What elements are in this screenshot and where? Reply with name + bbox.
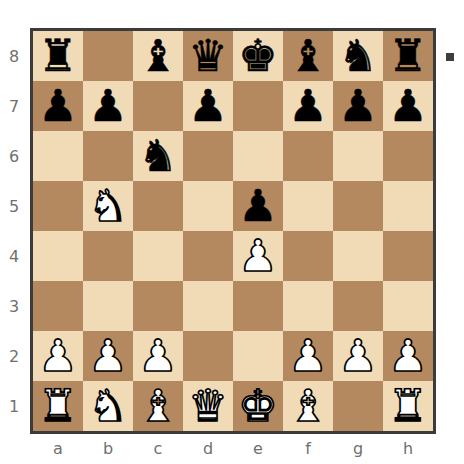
square-h4[interactable] <box>383 231 433 281</box>
white-knight-b5[interactable]: ♞ <box>88 181 127 231</box>
black-queen-d8[interactable]: ♛ <box>188 31 227 81</box>
square-g4[interactable] <box>333 231 383 281</box>
square-f5[interactable] <box>283 181 333 231</box>
square-a7[interactable]: ♟ <box>33 81 83 131</box>
file-label-a: a <box>33 436 83 460</box>
square-b4[interactable] <box>83 231 133 281</box>
square-a8[interactable]: ♜ <box>33 31 83 81</box>
square-g7[interactable]: ♟ <box>333 81 383 131</box>
black-bishop-c8[interactable]: ♝ <box>138 31 177 81</box>
square-b2[interactable]: ♟ <box>83 331 133 381</box>
square-b1[interactable]: ♞ <box>83 381 133 431</box>
square-a4[interactable] <box>33 231 83 281</box>
square-f2[interactable]: ♟ <box>283 331 333 381</box>
square-h2[interactable]: ♟ <box>383 331 433 381</box>
black-pawn-d7[interactable]: ♟ <box>188 81 227 131</box>
square-a2[interactable]: ♟ <box>33 331 83 381</box>
square-h8[interactable]: ♜ <box>383 31 433 81</box>
square-e5[interactable]: ♟ <box>233 181 283 231</box>
square-c3[interactable] <box>133 281 183 331</box>
square-c4[interactable] <box>133 231 183 281</box>
square-c5[interactable] <box>133 181 183 231</box>
square-h1[interactable]: ♜ <box>383 381 433 431</box>
square-e7[interactable] <box>233 81 283 131</box>
black-bishop-f8[interactable]: ♝ <box>288 31 327 81</box>
square-g2[interactable]: ♟ <box>333 331 383 381</box>
square-a3[interactable] <box>33 281 83 331</box>
square-f8[interactable]: ♝ <box>283 31 333 81</box>
black-knight-c6[interactable]: ♞ <box>138 131 177 181</box>
white-pawn-e4[interactable]: ♟ <box>238 231 277 281</box>
square-h7[interactable]: ♟ <box>383 81 433 131</box>
file-label-b: b <box>83 436 133 460</box>
square-g1[interactable] <box>333 381 383 431</box>
white-queen-d1[interactable]: ♛ <box>188 381 227 431</box>
white-pawn-a2[interactable]: ♟ <box>38 331 77 381</box>
black-king-e8[interactable]: ♚ <box>238 31 277 81</box>
file-label-h: h <box>383 436 433 460</box>
square-c8[interactable]: ♝ <box>133 31 183 81</box>
square-a1[interactable]: ♜ <box>33 381 83 431</box>
rank-label-3: 3 <box>0 281 28 331</box>
black-pawn-a7[interactable]: ♟ <box>38 81 77 131</box>
black-knight-g8[interactable]: ♞ <box>338 31 377 81</box>
white-pawn-b2[interactable]: ♟ <box>88 331 127 381</box>
square-f3[interactable] <box>283 281 333 331</box>
black-pawn-h7[interactable]: ♟ <box>388 81 427 131</box>
square-h6[interactable] <box>383 131 433 181</box>
square-a5[interactable] <box>33 181 83 231</box>
white-rook-h1[interactable]: ♜ <box>388 381 427 431</box>
chess-board-frame: ♜♝♛♚♝♞♜♟♟♟♟♟♟♞♞♟♟♟♟♟♟♟♟♜♞♝♛♚♝♜ <box>30 28 436 434</box>
black-rook-h8[interactable]: ♜ <box>388 31 427 81</box>
square-c2[interactable]: ♟ <box>133 331 183 381</box>
rank-label-5: 5 <box>0 181 28 231</box>
white-pawn-h2[interactable]: ♟ <box>388 331 427 381</box>
square-e1[interactable]: ♚ <box>233 381 283 431</box>
white-pawn-c2[interactable]: ♟ <box>138 331 177 381</box>
square-g5[interactable] <box>333 181 383 231</box>
white-bishop-f1[interactable]: ♝ <box>288 381 327 431</box>
rank-label-6: 6 <box>0 131 28 181</box>
square-f1[interactable]: ♝ <box>283 381 333 431</box>
file-label-c: c <box>133 436 183 460</box>
square-b6[interactable] <box>83 131 133 181</box>
square-b5[interactable]: ♞ <box>83 181 133 231</box>
square-b7[interactable]: ♟ <box>83 81 133 131</box>
square-a6[interactable] <box>33 131 83 181</box>
square-d7[interactable]: ♟ <box>183 81 233 131</box>
square-d5[interactable] <box>183 181 233 231</box>
rank-label-2: 2 <box>0 331 28 381</box>
square-c7[interactable] <box>133 81 183 131</box>
black-pawn-g7[interactable]: ♟ <box>338 81 377 131</box>
square-f6[interactable] <box>283 131 333 181</box>
chess-board-screen: ♜♝♛♚♝♞♜♟♟♟♟♟♟♞♞♟♟♟♟♟♟♟♟♜♞♝♛♚♝♜ 87654321 … <box>0 0 464 464</box>
rank-label-4: 4 <box>0 231 28 281</box>
square-e4[interactable]: ♟ <box>233 231 283 281</box>
square-g6[interactable] <box>333 131 383 181</box>
square-h3[interactable] <box>383 281 433 331</box>
square-e3[interactable] <box>233 281 283 331</box>
black-pawn-b7[interactable]: ♟ <box>88 81 127 131</box>
black-pawn-f7[interactable]: ♟ <box>288 81 327 131</box>
white-pawn-f2[interactable]: ♟ <box>288 331 327 381</box>
square-d4[interactable] <box>183 231 233 281</box>
square-d6[interactable] <box>183 131 233 181</box>
white-pawn-g2[interactable]: ♟ <box>338 331 377 381</box>
square-h5[interactable] <box>383 181 433 231</box>
rank-label-7: 7 <box>0 81 28 131</box>
black-rook-a8[interactable]: ♜ <box>38 31 77 81</box>
black-pawn-e5[interactable]: ♟ <box>238 181 277 231</box>
file-label-g: g <box>333 436 383 460</box>
square-d3[interactable] <box>183 281 233 331</box>
file-label-d: d <box>183 436 233 460</box>
square-e6[interactable] <box>233 131 283 181</box>
square-f4[interactable] <box>283 231 333 281</box>
white-knight-b1[interactable]: ♞ <box>88 381 127 431</box>
square-d1[interactable]: ♛ <box>183 381 233 431</box>
square-b3[interactable] <box>83 281 133 331</box>
rank-label-8: 8 <box>0 31 28 81</box>
chess-board: ♜♝♛♚♝♞♜♟♟♟♟♟♟♞♞♟♟♟♟♟♟♟♟♜♞♝♛♚♝♜ <box>33 31 433 431</box>
square-c1[interactable]: ♝ <box>133 381 183 431</box>
square-e8[interactable]: ♚ <box>233 31 283 81</box>
square-c6[interactable]: ♞ <box>133 131 183 181</box>
white-bishop-c1[interactable]: ♝ <box>138 381 177 431</box>
white-king-e1[interactable]: ♚ <box>238 381 277 431</box>
square-e2[interactable] <box>233 331 283 381</box>
square-b8[interactable] <box>83 31 133 81</box>
square-g3[interactable] <box>333 281 383 331</box>
square-g8[interactable]: ♞ <box>333 31 383 81</box>
rank-label-1: 1 <box>0 381 28 431</box>
square-f7[interactable]: ♟ <box>283 81 333 131</box>
file-label-f: f <box>283 436 333 460</box>
white-rook-a1[interactable]: ♜ <box>38 381 77 431</box>
file-label-e: e <box>233 436 283 460</box>
black-to-move-indicator <box>446 53 454 61</box>
square-d2[interactable] <box>183 331 233 381</box>
square-d8[interactable]: ♛ <box>183 31 233 81</box>
